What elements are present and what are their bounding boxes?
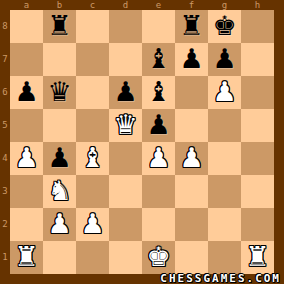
black-queen-b6: ♛ xyxy=(43,76,76,109)
white-rook-a1: ♜ xyxy=(10,241,43,274)
black-pawn-g7: ♟ xyxy=(208,43,241,76)
black-pawn-d6: ♟ xyxy=(109,76,142,109)
square-d1[interactable] xyxy=(109,241,142,274)
square-b4[interactable]: ♟ xyxy=(43,142,76,175)
square-e1[interactable]: ♚ xyxy=(142,241,175,274)
square-d7[interactable] xyxy=(109,43,142,76)
black-rook-b8: ♜ xyxy=(43,10,76,43)
square-g4[interactable] xyxy=(208,142,241,175)
white-king-e1: ♚ xyxy=(142,241,175,274)
file-label-h: h xyxy=(241,0,274,10)
square-c5[interactable] xyxy=(76,109,109,142)
square-h2[interactable] xyxy=(241,208,274,241)
square-f4[interactable]: ♟ xyxy=(175,142,208,175)
square-f6[interactable] xyxy=(175,76,208,109)
square-g8[interactable]: ♚ xyxy=(208,10,241,43)
square-a6[interactable]: ♟ xyxy=(10,76,43,109)
square-e4[interactable]: ♟ xyxy=(142,142,175,175)
square-b6[interactable]: ♛ xyxy=(43,76,76,109)
square-c1[interactable] xyxy=(76,241,109,274)
chess-board: ♜♜♚♝♟♟♟♛♟♝♟♛♟♟♟♝♟♟♞♟♟♜♚♜ xyxy=(10,10,274,274)
square-d3[interactable] xyxy=(109,175,142,208)
white-rook-h1: ♜ xyxy=(241,241,274,274)
file-label-f: f xyxy=(175,0,208,10)
black-pawn-f7: ♟ xyxy=(175,43,208,76)
square-f8[interactable]: ♜ xyxy=(175,10,208,43)
square-h4[interactable] xyxy=(241,142,274,175)
black-pawn-e5: ♟ xyxy=(142,109,175,142)
square-h3[interactable] xyxy=(241,175,274,208)
square-e8[interactable] xyxy=(142,10,175,43)
black-pawn-a6: ♟ xyxy=(10,76,43,109)
square-a2[interactable] xyxy=(10,208,43,241)
square-e7[interactable]: ♝ xyxy=(142,43,175,76)
black-bishop-e6: ♝ xyxy=(142,76,175,109)
square-f2[interactable] xyxy=(175,208,208,241)
square-b5[interactable] xyxy=(43,109,76,142)
square-a4[interactable]: ♟ xyxy=(10,142,43,175)
square-g2[interactable] xyxy=(208,208,241,241)
square-h7[interactable] xyxy=(241,43,274,76)
square-c2[interactable]: ♟ xyxy=(76,208,109,241)
rank-label-5: 5 xyxy=(0,109,10,142)
rank-label-4: 4 xyxy=(0,142,10,175)
square-f3[interactable] xyxy=(175,175,208,208)
square-a7[interactable] xyxy=(10,43,43,76)
black-bishop-e7: ♝ xyxy=(142,43,175,76)
rank-label-3: 3 xyxy=(0,175,10,208)
square-e2[interactable] xyxy=(142,208,175,241)
white-pawn-f4: ♟ xyxy=(175,142,208,175)
square-h5[interactable] xyxy=(241,109,274,142)
square-g3[interactable] xyxy=(208,175,241,208)
square-c3[interactable] xyxy=(76,175,109,208)
square-e5[interactable]: ♟ xyxy=(142,109,175,142)
rank-label-7: 7 xyxy=(0,43,10,76)
square-d2[interactable] xyxy=(109,208,142,241)
square-b2[interactable]: ♟ xyxy=(43,208,76,241)
chess-board-frame: abcdefgh 87654321 ♜♜♚♝♟♟♟♛♟♝♟♛♟♟♟♝♟♟♞♟♟♜… xyxy=(0,0,284,284)
square-f5[interactable] xyxy=(175,109,208,142)
rank-label-2: 2 xyxy=(0,208,10,241)
square-d5[interactable]: ♛ xyxy=(109,109,142,142)
square-b1[interactable] xyxy=(43,241,76,274)
file-labels: abcdefgh xyxy=(10,0,274,10)
square-g1[interactable] xyxy=(208,241,241,274)
square-c6[interactable] xyxy=(76,76,109,109)
square-h6[interactable] xyxy=(241,76,274,109)
square-f1[interactable] xyxy=(175,241,208,274)
square-d6[interactable]: ♟ xyxy=(109,76,142,109)
file-label-a: a xyxy=(10,0,43,10)
file-label-b: b xyxy=(43,0,76,10)
square-g6[interactable]: ♟ xyxy=(208,76,241,109)
rank-label-6: 6 xyxy=(0,76,10,109)
square-e6[interactable]: ♝ xyxy=(142,76,175,109)
white-pawn-c2: ♟ xyxy=(76,208,109,241)
square-b7[interactable] xyxy=(43,43,76,76)
square-b8[interactable]: ♜ xyxy=(43,10,76,43)
white-pawn-g6: ♟ xyxy=(208,76,241,109)
square-g5[interactable] xyxy=(208,109,241,142)
square-e3[interactable] xyxy=(142,175,175,208)
chessgames-watermark: CHESSGAMES.COM xyxy=(160,274,281,284)
rank-labels: 87654321 xyxy=(0,10,10,274)
black-pawn-b4: ♟ xyxy=(43,142,76,175)
square-a3[interactable] xyxy=(10,175,43,208)
white-pawn-a4: ♟ xyxy=(10,142,43,175)
square-b3[interactable]: ♞ xyxy=(43,175,76,208)
square-f7[interactable]: ♟ xyxy=(175,43,208,76)
square-a1[interactable]: ♜ xyxy=(10,241,43,274)
file-label-d: d xyxy=(109,0,142,10)
white-pawn-b2: ♟ xyxy=(43,208,76,241)
square-a5[interactable] xyxy=(10,109,43,142)
white-bishop-c4: ♝ xyxy=(76,142,109,175)
square-c7[interactable] xyxy=(76,43,109,76)
white-knight-b3: ♞ xyxy=(43,175,76,208)
square-a8[interactable] xyxy=(10,10,43,43)
square-h8[interactable] xyxy=(241,10,274,43)
file-label-c: c xyxy=(76,0,109,10)
square-c4[interactable]: ♝ xyxy=(76,142,109,175)
black-king-g8: ♚ xyxy=(208,10,241,43)
white-queen-d5: ♛ xyxy=(109,109,142,142)
file-label-g: g xyxy=(208,0,241,10)
square-h1[interactable]: ♜ xyxy=(241,241,274,274)
rank-label-8: 8 xyxy=(0,10,10,43)
square-c8[interactable] xyxy=(76,10,109,43)
square-g7[interactable]: ♟ xyxy=(208,43,241,76)
white-pawn-e4: ♟ xyxy=(142,142,175,175)
square-d8[interactable] xyxy=(109,10,142,43)
rank-label-1: 1 xyxy=(0,241,10,274)
file-label-e: e xyxy=(142,0,175,10)
square-d4[interactable] xyxy=(109,142,142,175)
black-rook-f8: ♜ xyxy=(175,10,208,43)
